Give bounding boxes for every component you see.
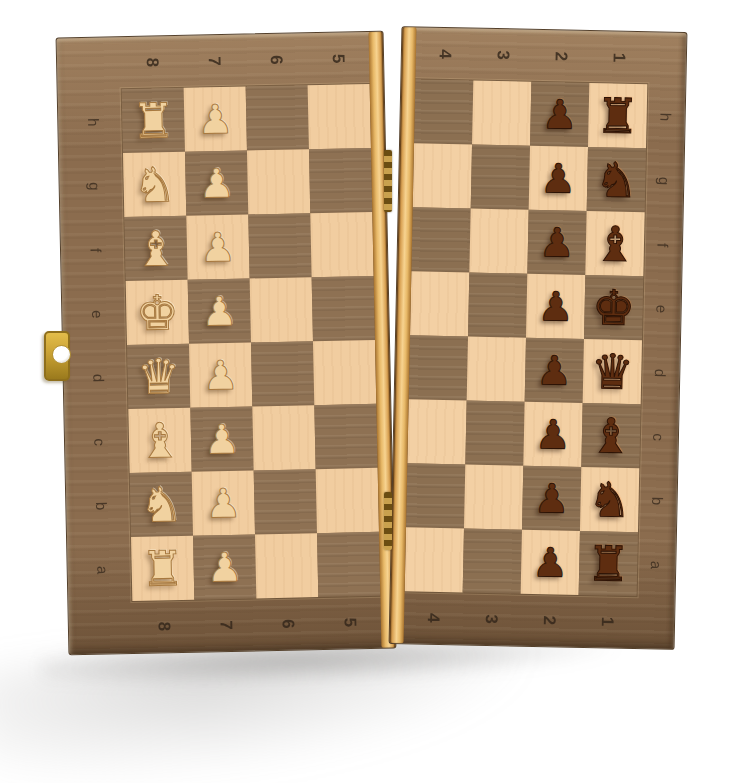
chess-board: 8765 8765 hgfedcba ♜♟♞♟♝♟♚♟♛♟♝♟♞♟♜♟ 4321… (62, 34, 681, 652)
coordinate-label-cell: g (647, 148, 682, 213)
square-d7[interactable]: ♟ (189, 342, 252, 407)
coordinate-label-cell: e (644, 276, 679, 341)
coordinate-label: e (653, 304, 670, 313)
square-h1[interactable]: ♜ (588, 83, 647, 148)
square-e4[interactable] (410, 271, 469, 336)
black-pawn-g2[interactable]: ♟ (540, 158, 577, 199)
square-e6[interactable] (250, 277, 313, 342)
square-b5[interactable] (316, 468, 379, 533)
coordinate-label-cell: b (640, 468, 675, 533)
black-king-e1[interactable]: ♚ (592, 283, 636, 332)
coordinate-label-cell: 7 (194, 598, 257, 651)
square-b7[interactable]: ♟ (192, 470, 255, 535)
square-h3[interactable] (472, 81, 531, 146)
square-f6[interactable] (248, 213, 311, 278)
coordinate-label: e (89, 309, 106, 318)
square-b1[interactable]: ♞ (580, 467, 639, 532)
coordinate-label: 3 (481, 614, 501, 624)
square-b4[interactable] (406, 463, 465, 528)
square-e7[interactable]: ♟ (188, 278, 251, 343)
square-a2[interactable]: ♟ (521, 530, 580, 595)
black-bishop-f1[interactable]: ♝ (593, 219, 637, 268)
coordinate-label: 1 (609, 53, 629, 63)
white-pawn-g7[interactable]: ♟ (198, 163, 235, 204)
rank-labels-top-left: 8765 (121, 32, 370, 89)
coordinate-label: 7 (216, 620, 236, 630)
coordinate-label: g (656, 176, 673, 185)
coordinate-label: 2 (551, 51, 571, 61)
white-bishop-f8[interactable]: ♝ (134, 224, 178, 273)
coordinate-label: 6 (266, 55, 286, 65)
black-pawn-e2[interactable]: ♟ (537, 286, 574, 327)
coordinate-label: 4 (435, 49, 455, 59)
coordinate-label-cell: 3 (462, 592, 521, 645)
square-e5[interactable] (312, 276, 375, 341)
square-e1[interactable]: ♚ (584, 275, 643, 340)
coordinate-label-cell: 5 (318, 596, 381, 649)
black-pawn-f2[interactable]: ♟ (539, 222, 576, 263)
square-d6[interactable] (251, 341, 314, 406)
coordinate-label-cell: 6 (256, 597, 319, 650)
square-b8[interactable]: ♞ (130, 472, 193, 537)
black-rook-h1[interactable]: ♜ (596, 91, 640, 140)
coordinate-label: a (94, 565, 111, 574)
black-pawn-b2[interactable]: ♟ (533, 478, 570, 519)
coordinate-label-cell: 4 (415, 27, 474, 80)
square-a7[interactable]: ♟ (193, 534, 256, 599)
coordinate-label: a (648, 560, 665, 569)
white-pawn-b7[interactable]: ♟ (205, 483, 242, 524)
square-g2[interactable]: ♟ (529, 146, 588, 211)
coordinate-label: 8 (142, 58, 162, 68)
square-h6[interactable] (246, 85, 309, 150)
coordinate-label: c (650, 433, 667, 441)
square-e8[interactable]: ♚ (126, 280, 189, 345)
coordinate-label: 8 (154, 621, 174, 631)
brass-hinge-bottom (384, 492, 392, 550)
coordinate-label: 5 (340, 618, 360, 628)
coordinate-label-cell: 2 (520, 594, 579, 647)
coordinate-label: f (87, 247, 104, 252)
square-c2[interactable]: ♟ (523, 402, 582, 467)
square-c3[interactable] (465, 401, 524, 466)
black-pawn-d2[interactable]: ♟ (536, 350, 573, 391)
black-pawn-c2[interactable]: ♟ (535, 414, 572, 455)
coordinate-label: 5 (328, 54, 348, 64)
square-f3[interactable] (469, 209, 528, 274)
square-b6[interactable] (254, 469, 317, 534)
coordinate-label-cell: c (641, 404, 676, 469)
file-labels-left-edge: hgfedcba (76, 89, 121, 602)
rank-labels-bottom-left: 8765 (132, 596, 381, 653)
black-rook-a1[interactable]: ♜ (586, 539, 630, 588)
coordinate-label: 7 (204, 56, 224, 66)
square-g5[interactable] (309, 148, 372, 213)
white-pawn-d7[interactable]: ♟ (202, 355, 239, 396)
board-left-panel: 8765 8765 hgfedcba ♜♟♞♟♝♟♚♟♛♟♝♟♞♟♜♟ (56, 31, 397, 656)
square-g4[interactable] (413, 143, 472, 208)
coordinate-label: d (652, 368, 669, 377)
coordinate-label: d (90, 373, 107, 382)
square-a4[interactable] (405, 527, 464, 592)
coordinate-label-cell: 1 (578, 595, 637, 648)
square-f1[interactable]: ♝ (585, 211, 644, 276)
coordinate-label-cell: h (648, 84, 683, 149)
play-area-left: ♜♟♞♟♝♟♚♟♛♟♝♟♞♟♜♟ (122, 84, 381, 601)
square-d2[interactable]: ♟ (525, 338, 584, 403)
black-pawn-h2[interactable]: ♟ (541, 94, 578, 135)
square-e3[interactable] (468, 273, 527, 338)
coordinate-label-cell: a (639, 532, 674, 597)
square-g7[interactable]: ♟ (185, 151, 248, 216)
coordinate-label-cell: f (645, 212, 680, 277)
brass-hinge-top (384, 150, 392, 212)
square-a8[interactable]: ♜ (131, 536, 194, 601)
coordinate-label: c (91, 438, 108, 446)
coordinate-label-cell: 5 (307, 32, 370, 85)
coordinate-label-cell: a (85, 537, 120, 602)
black-knight-g1[interactable]: ♞ (594, 155, 638, 204)
square-a3[interactable] (463, 528, 522, 593)
coordinate-label-cell: h (76, 89, 111, 154)
square-c6[interactable] (252, 405, 315, 470)
black-queen-d1[interactable]: ♛ (590, 347, 634, 396)
white-king-e8[interactable]: ♚ (135, 288, 179, 337)
black-knight-b1[interactable]: ♞ (588, 475, 632, 524)
black-pawn-a2[interactable]: ♟ (532, 542, 569, 583)
white-rook-a8[interactable]: ♜ (141, 544, 185, 593)
square-c5[interactable] (314, 404, 377, 469)
square-a6[interactable] (255, 533, 318, 598)
coordinate-label-cell: 4 (404, 591, 463, 644)
white-pawn-f7[interactable]: ♟ (200, 227, 237, 268)
square-f7[interactable]: ♟ (186, 215, 249, 280)
square-f2[interactable]: ♟ (527, 210, 586, 275)
square-d1[interactable]: ♛ (583, 339, 642, 404)
square-c8[interactable]: ♝ (128, 408, 191, 473)
square-a5[interactable] (317, 532, 380, 597)
square-e2[interactable]: ♟ (526, 274, 585, 339)
white-pawn-c7[interactable]: ♟ (204, 419, 241, 460)
square-b2[interactable]: ♟ (522, 466, 581, 531)
square-g6[interactable] (247, 149, 310, 214)
coordinate-label: 3 (493, 50, 513, 60)
square-d8[interactable]: ♛ (127, 344, 190, 409)
square-d5[interactable] (313, 340, 376, 405)
coordinate-label-cell: 8 (132, 600, 195, 653)
coordinate-label: 4 (423, 613, 443, 623)
coordinate-label-cell: 1 (589, 31, 648, 84)
white-knight-b8[interactable]: ♞ (139, 480, 183, 529)
square-g1[interactable]: ♞ (587, 147, 646, 212)
square-c7[interactable]: ♟ (190, 406, 253, 471)
white-knight-g8[interactable]: ♞ (133, 160, 177, 209)
square-a1[interactable]: ♜ (579, 531, 638, 596)
coordinate-label-cell: 3 (473, 29, 532, 82)
coordinate-label-cell: g (77, 153, 112, 218)
white-pawn-h7[interactable]: ♟ (197, 99, 234, 140)
rank-labels-bottom-right: 4321 (404, 591, 637, 648)
square-d3[interactable] (467, 337, 526, 402)
square-f5[interactable] (310, 212, 373, 277)
coordinate-label-cell: 7 (183, 35, 246, 88)
square-c4[interactable] (407, 399, 466, 464)
coordinate-label-cell: e (80, 281, 115, 346)
coordinate-label-cell: d (643, 340, 678, 405)
coordinate-label: 6 (278, 619, 298, 629)
coordinate-label-cell: f (78, 217, 113, 282)
coordinate-label-cell: b (84, 473, 119, 538)
coordinate-label-cell: 2 (531, 30, 590, 83)
white-bishop-c8[interactable]: ♝ (138, 416, 182, 465)
coordinate-label: g (86, 181, 103, 190)
white-pawn-e7[interactable]: ♟ (201, 291, 238, 332)
square-b3[interactable] (464, 465, 523, 530)
product-photo-stage: 8765 8765 hgfedcba ♜♟♞♟♝♟♚♟♛♟♝♟♞♟♜♟ 4321… (0, 0, 750, 783)
white-queen-d8[interactable]: ♛ (137, 352, 181, 401)
coordinate-label: h (85, 117, 102, 126)
coordinate-label-cell: 6 (245, 33, 308, 86)
coordinate-label: b (649, 496, 666, 505)
square-h5[interactable] (308, 84, 371, 149)
coordinate-label: f (654, 242, 671, 247)
white-pawn-a7[interactable]: ♟ (206, 547, 243, 588)
rank-labels-top-right: 4321 (415, 27, 648, 84)
square-f8[interactable]: ♝ (124, 216, 187, 281)
square-d4[interactable] (409, 335, 468, 400)
coordinate-label: 2 (539, 615, 559, 625)
square-f4[interactable] (411, 207, 470, 272)
square-h8[interactable]: ♜ (122, 88, 185, 153)
white-rook-h8[interactable]: ♜ (131, 96, 175, 145)
square-h2[interactable]: ♟ (530, 82, 589, 147)
square-g8[interactable]: ♞ (123, 152, 186, 217)
square-h4[interactable] (414, 79, 473, 144)
coordinate-label-cell: c (82, 409, 117, 474)
coordinate-label-cell: d (81, 345, 116, 410)
coordinate-label: b (93, 501, 110, 510)
square-h7[interactable]: ♟ (184, 87, 247, 152)
coordinate-label: h (657, 112, 674, 121)
square-c1[interactable]: ♝ (581, 403, 640, 468)
coordinate-label-cell: 8 (121, 36, 184, 89)
board-right-panel: 4321 4321 hgfedcba ♟♜♟♞♟♝♟♚♟♛♟♝♟♞♟♜ (389, 26, 688, 650)
square-g3[interactable] (471, 145, 530, 210)
coordinate-label: 1 (597, 617, 617, 627)
brass-latch (44, 331, 70, 381)
latch-pin-icon (52, 345, 71, 364)
black-bishop-c1[interactable]: ♝ (589, 411, 633, 460)
play-area-right: ♟♜♟♞♟♝♟♚♟♛♟♝♟♞♟♜ (405, 79, 648, 596)
